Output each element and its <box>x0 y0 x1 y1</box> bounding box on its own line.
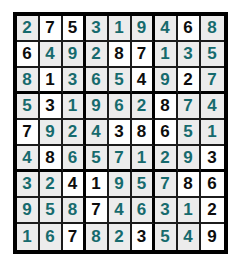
cell-r8c7-given[interactable]: 3 <box>155 198 178 224</box>
cell-r3c9-given[interactable]: 7 <box>201 68 224 94</box>
cell-r2c1-entered[interactable]: 6 <box>17 42 40 68</box>
cell-r6c9-entered[interactable]: 3 <box>201 146 224 172</box>
cell-r3c4-given[interactable]: 6 <box>86 68 109 94</box>
cell-r7c2-given[interactable]: 2 <box>40 172 63 198</box>
cell-r5c8-given[interactable]: 5 <box>178 120 201 146</box>
cell-r3c1-given[interactable]: 8 <box>17 68 40 94</box>
cell-r7c7-given[interactable]: 7 <box>155 172 178 198</box>
cell-r2c6-entered[interactable]: 7 <box>132 42 155 68</box>
cell-r6c8-given[interactable]: 9 <box>178 146 201 172</box>
cell-r2c5-entered[interactable]: 8 <box>109 42 132 68</box>
cell-r9c3-entered[interactable]: 7 <box>63 224 86 250</box>
cell-r4c2-entered[interactable]: 3 <box>40 94 63 120</box>
cell-r5c6-entered[interactable]: 8 <box>132 120 155 146</box>
cell-r4c4-given[interactable]: 9 <box>86 94 109 120</box>
cell-r1c4-given[interactable]: 3 <box>86 16 109 42</box>
cell-r7c9-entered[interactable]: 6 <box>201 172 224 198</box>
cell-r1c3-entered[interactable]: 5 <box>63 16 86 42</box>
cell-r1c2-entered[interactable]: 7 <box>40 16 63 42</box>
cell-r2c2-given[interactable]: 4 <box>40 42 63 68</box>
cell-r4c6-given[interactable]: 2 <box>132 94 155 120</box>
cell-r5c4-given[interactable]: 4 <box>86 120 109 146</box>
cell-r5c7-entered[interactable]: 6 <box>155 120 178 146</box>
cell-r1c1-given[interactable]: 2 <box>17 16 40 42</box>
cell-r1c8-entered[interactable]: 6 <box>178 16 201 42</box>
cell-r1c9-given[interactable]: 8 <box>201 16 224 42</box>
cell-r5c2-given[interactable]: 9 <box>40 120 63 146</box>
cell-r7c3-entered[interactable]: 4 <box>63 172 86 198</box>
cell-r8c4-entered[interactable]: 7 <box>86 198 109 224</box>
cell-r6c5-given[interactable]: 7 <box>109 146 132 172</box>
cell-r2c3-given[interactable]: 9 <box>63 42 86 68</box>
cell-r7c8-entered[interactable]: 8 <box>178 172 201 198</box>
cell-r2c8-given[interactable]: 3 <box>178 42 201 68</box>
cell-r6c3-given[interactable]: 6 <box>63 146 86 172</box>
cell-r2c7-given[interactable]: 1 <box>155 42 178 68</box>
cell-r1c5-given[interactable]: 1 <box>109 16 132 42</box>
cell-r9c7-given[interactable]: 5 <box>155 224 178 250</box>
cell-r4c7-entered[interactable]: 8 <box>155 94 178 120</box>
cell-r4c1-given[interactable]: 5 <box>17 94 40 120</box>
cell-r3c3-given[interactable]: 3 <box>63 68 86 94</box>
cell-r7c1-given[interactable]: 3 <box>17 172 40 198</box>
cell-r4c8-given[interactable]: 7 <box>178 94 201 120</box>
cell-r5c9-given[interactable]: 1 <box>201 120 224 146</box>
cell-r3c8-entered[interactable]: 2 <box>178 68 201 94</box>
cell-r8c5-given[interactable]: 4 <box>109 198 132 224</box>
cell-r5c3-given[interactable]: 2 <box>63 120 86 146</box>
cell-r6c1-given[interactable]: 4 <box>17 146 40 172</box>
cell-r3c2-entered[interactable]: 1 <box>40 68 63 94</box>
cell-r8c2-given[interactable]: 5 <box>40 198 63 224</box>
cell-r7c5-given[interactable]: 9 <box>109 172 132 198</box>
cell-r4c3-given[interactable]: 1 <box>63 94 86 120</box>
cell-r4c9-given[interactable]: 4 <box>201 94 224 120</box>
cell-r9c4-given[interactable]: 8 <box>86 224 109 250</box>
cell-r5c5-entered[interactable]: 3 <box>109 120 132 146</box>
cell-r8c6-given[interactable]: 6 <box>132 198 155 224</box>
cell-r2c4-given[interactable]: 2 <box>86 42 109 68</box>
sudoku-board: 2753194686492871358136549275319628747924… <box>13 12 228 254</box>
cell-r9c2-given[interactable]: 6 <box>40 224 63 250</box>
cell-r3c7-given[interactable]: 9 <box>155 68 178 94</box>
sudoku-page: 2753194686492871358136549275319628747924… <box>0 0 240 265</box>
cell-r6c4-given[interactable]: 5 <box>86 146 109 172</box>
cell-r8c8-given[interactable]: 1 <box>178 198 201 224</box>
cell-r1c6-given[interactable]: 9 <box>132 16 155 42</box>
cell-r8c9-entered[interactable]: 2 <box>201 198 224 224</box>
cell-r8c3-given[interactable]: 8 <box>63 198 86 224</box>
cell-r7c4-entered[interactable]: 1 <box>86 172 109 198</box>
cell-r7c6-given[interactable]: 5 <box>132 172 155 198</box>
cell-r9c9-entered[interactable]: 9 <box>201 224 224 250</box>
cell-r2c9-given[interactable]: 5 <box>201 42 224 68</box>
cell-r4c5-given[interactable]: 6 <box>109 94 132 120</box>
cell-r5c1-entered[interactable]: 7 <box>17 120 40 146</box>
cell-r9c5-given[interactable]: 2 <box>109 224 132 250</box>
cell-r6c6-given[interactable]: 1 <box>132 146 155 172</box>
cell-r3c6-entered[interactable]: 4 <box>132 68 155 94</box>
cell-r3c5-given[interactable]: 5 <box>109 68 132 94</box>
cell-r6c7-given[interactable]: 2 <box>155 146 178 172</box>
cell-r8c1-given[interactable]: 9 <box>17 198 40 224</box>
cell-r9c6-entered[interactable]: 3 <box>132 224 155 250</box>
cell-r9c8-given[interactable]: 4 <box>178 224 201 250</box>
cell-r6c2-entered[interactable]: 8 <box>40 146 63 172</box>
cell-r9c1-given[interactable]: 1 <box>17 224 40 250</box>
cell-r1c7-given[interactable]: 4 <box>155 16 178 42</box>
